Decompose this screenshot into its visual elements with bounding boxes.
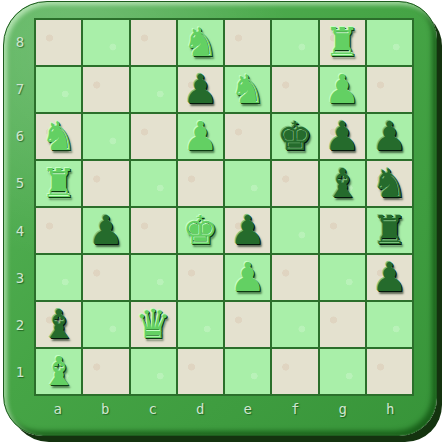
square-f5[interactable]	[272, 161, 317, 206]
square-g6[interactable]: ♟	[320, 114, 365, 159]
piece-dark-knight[interactable]: ♞	[371, 163, 407, 203]
rank-label-6: 6	[10, 113, 30, 160]
square-h6[interactable]: ♟	[367, 114, 412, 159]
square-a3[interactable]	[36, 255, 81, 300]
piece-light-rook[interactable]: ♜	[41, 163, 77, 203]
square-a5[interactable]: ♜	[36, 161, 81, 206]
square-b2[interactable]	[83, 302, 128, 347]
square-a1[interactable]: ♝	[36, 349, 81, 394]
piece-light-pawn[interactable]: ♟	[182, 116, 218, 156]
piece-light-knight[interactable]: ♞	[41, 116, 77, 156]
square-e7[interactable]: ♞	[225, 67, 270, 112]
square-b7[interactable]	[83, 67, 128, 112]
piece-dark-pawn[interactable]: ♟	[230, 210, 266, 250]
square-f7[interactable]	[272, 67, 317, 112]
file-label-c: c	[129, 398, 177, 420]
file-label-h: h	[367, 398, 415, 420]
square-a7[interactable]	[36, 67, 81, 112]
piece-dark-pawn[interactable]: ♟	[371, 116, 407, 156]
square-a8[interactable]	[36, 20, 81, 65]
square-e3[interactable]: ♟	[225, 255, 270, 300]
square-g5[interactable]: ♝	[320, 161, 365, 206]
square-c4[interactable]	[131, 208, 176, 253]
piece-dark-pawn[interactable]: ♟	[324, 116, 360, 156]
square-b6[interactable]	[83, 114, 128, 159]
file-label-b: b	[82, 398, 130, 420]
square-c5[interactable]	[131, 161, 176, 206]
square-c3[interactable]	[131, 255, 176, 300]
piece-light-queen[interactable]: ♛	[135, 304, 171, 344]
square-g3[interactable]	[320, 255, 365, 300]
square-c6[interactable]	[131, 114, 176, 159]
rank-label-3: 3	[10, 254, 30, 301]
piece-light-knight[interactable]: ♞	[182, 22, 218, 62]
chess-app-window: 87654321 abcdefgh ♞♜♟♞♟♞♟♚♟♟♜♝♞♟♚♟♜♟♟♝♛♝	[0, 0, 444, 442]
square-f3[interactable]	[272, 255, 317, 300]
square-h5[interactable]: ♞	[367, 161, 412, 206]
file-label-e: e	[224, 398, 272, 420]
square-d2[interactable]	[178, 302, 223, 347]
square-c8[interactable]	[131, 20, 176, 65]
square-g4[interactable]	[320, 208, 365, 253]
square-b3[interactable]	[83, 255, 128, 300]
square-d8[interactable]: ♞	[178, 20, 223, 65]
file-label-a: a	[34, 398, 82, 420]
square-h3[interactable]: ♟	[367, 255, 412, 300]
square-c7[interactable]	[131, 67, 176, 112]
piece-light-pawn[interactable]: ♟	[230, 257, 266, 297]
square-g1[interactable]	[320, 349, 365, 394]
file-label-f: f	[272, 398, 320, 420]
square-h8[interactable]	[367, 20, 412, 65]
square-e1[interactable]	[225, 349, 270, 394]
rank-label-5: 5	[10, 160, 30, 207]
piece-light-king[interactable]: ♚	[182, 210, 218, 250]
square-h7[interactable]	[367, 67, 412, 112]
chess-board: ♞♜♟♞♟♞♟♚♟♟♜♝♞♟♚♟♜♟♟♝♛♝	[34, 18, 414, 396]
square-f8[interactable]	[272, 20, 317, 65]
square-a2[interactable]: ♝	[36, 302, 81, 347]
file-label-g: g	[319, 398, 367, 420]
piece-dark-pawn[interactable]: ♟	[88, 210, 124, 250]
square-c1[interactable]	[131, 349, 176, 394]
piece-dark-bishop[interactable]: ♝	[324, 163, 360, 203]
board-frame: 87654321 abcdefgh ♞♜♟♞♟♞♟♚♟♟♜♝♞♟♚♟♜♟♟♝♛♝	[3, 1, 437, 436]
square-a4[interactable]	[36, 208, 81, 253]
piece-dark-pawn[interactable]: ♟	[182, 69, 218, 109]
square-h1[interactable]	[367, 349, 412, 394]
piece-dark-pawn[interactable]: ♟	[371, 257, 407, 297]
rank-label-8: 8	[10, 18, 30, 65]
square-b4[interactable]: ♟	[83, 208, 128, 253]
square-e8[interactable]	[225, 20, 270, 65]
square-a6[interactable]: ♞	[36, 114, 81, 159]
piece-light-knight[interactable]: ♞	[230, 69, 266, 109]
rank-label-2: 2	[10, 302, 30, 349]
square-h2[interactable]	[367, 302, 412, 347]
piece-light-bishop[interactable]: ♝	[41, 351, 77, 391]
square-h4[interactable]: ♜	[367, 208, 412, 253]
rank-label-7: 7	[10, 65, 30, 112]
square-g8[interactable]: ♜	[320, 20, 365, 65]
square-e2[interactable]	[225, 302, 270, 347]
piece-light-rook[interactable]: ♜	[324, 22, 360, 62]
square-d1[interactable]	[178, 349, 223, 394]
square-f1[interactable]	[272, 349, 317, 394]
square-e6[interactable]	[225, 114, 270, 159]
piece-dark-bishop[interactable]: ♝	[41, 304, 77, 344]
file-labels: abcdefgh	[34, 398, 414, 420]
square-f2[interactable]	[272, 302, 317, 347]
square-f6[interactable]: ♚	[272, 114, 317, 159]
rank-labels: 87654321	[10, 18, 30, 396]
piece-dark-rook[interactable]: ♜	[371, 210, 407, 250]
piece-light-pawn[interactable]: ♟	[324, 69, 360, 109]
square-b5[interactable]	[83, 161, 128, 206]
piece-dark-king[interactable]: ♚	[277, 116, 313, 156]
square-e5[interactable]	[225, 161, 270, 206]
square-g2[interactable]	[320, 302, 365, 347]
square-b1[interactable]	[83, 349, 128, 394]
square-c2[interactable]: ♛	[131, 302, 176, 347]
square-d7[interactable]: ♟	[178, 67, 223, 112]
rank-label-4: 4	[10, 207, 30, 254]
square-b8[interactable]	[83, 20, 128, 65]
rank-label-1: 1	[10, 349, 30, 396]
square-d6[interactable]: ♟	[178, 114, 223, 159]
square-e4[interactable]: ♟	[225, 208, 270, 253]
file-label-d: d	[177, 398, 225, 420]
square-g7[interactable]: ♟	[320, 67, 365, 112]
square-d4[interactable]: ♚	[178, 208, 223, 253]
square-f4[interactable]	[272, 208, 317, 253]
square-d3[interactable]	[178, 255, 223, 300]
square-d5[interactable]	[178, 161, 223, 206]
